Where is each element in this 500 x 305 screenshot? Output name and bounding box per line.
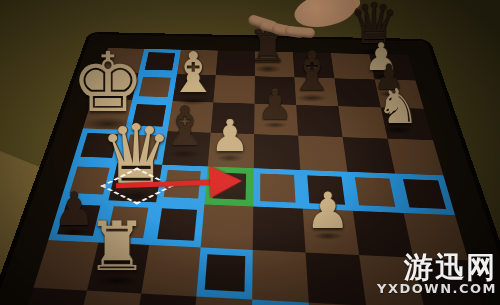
square-f5[interactable] — [298, 136, 347, 172]
move-arrow-shaft — [116, 180, 214, 188]
square-d3[interactable] — [201, 204, 254, 250]
square-c2[interactable] — [141, 245, 200, 297]
square-f6[interactable] — [296, 105, 342, 137]
square-e5[interactable] — [254, 134, 301, 170]
move-arrow — [115, 164, 246, 203]
white-bishop-c7[interactable]: ♝ — [168, 45, 218, 101]
white-rook-b2[interactable]: ♜ — [87, 213, 148, 281]
watermark-url: YXDOWN.COM — [377, 282, 497, 296]
hand-finger — [285, 26, 316, 39]
black-bishop-f7[interactable]: ♝ — [289, 46, 336, 98]
player-hand — [246, 0, 358, 44]
watermark-chinese: 游迅网 — [377, 252, 497, 282]
chess-3d-scene: ♚♛♜♞♝♟♟♟♜♝♝♟♟♟♛ 游迅网 YXDOWN.COM — [0, 0, 500, 305]
white-knight-h6[interactable]: ♞ — [376, 82, 419, 130]
square-g5[interactable] — [343, 137, 396, 173]
square-c1[interactable] — [132, 294, 196, 305]
watermark: 游迅网 YXDOWN.COM — [377, 252, 497, 296]
black-pawn-e6[interactable]: ♟ — [257, 85, 293, 125]
square-e2[interactable] — [252, 250, 309, 303]
square-c3[interactable] — [149, 202, 204, 247]
white-pawn-f3[interactable]: ♟ — [306, 186, 351, 236]
square-e3[interactable] — [253, 207, 306, 253]
square-d2[interactable] — [196, 247, 252, 299]
square-e4[interactable] — [253, 168, 302, 208]
square-d7[interactable] — [213, 75, 255, 103]
square-f2[interactable] — [306, 252, 367, 305]
move-arrow-head-icon — [209, 165, 242, 198]
white-pawn-d5[interactable]: ♟ — [210, 114, 249, 158]
